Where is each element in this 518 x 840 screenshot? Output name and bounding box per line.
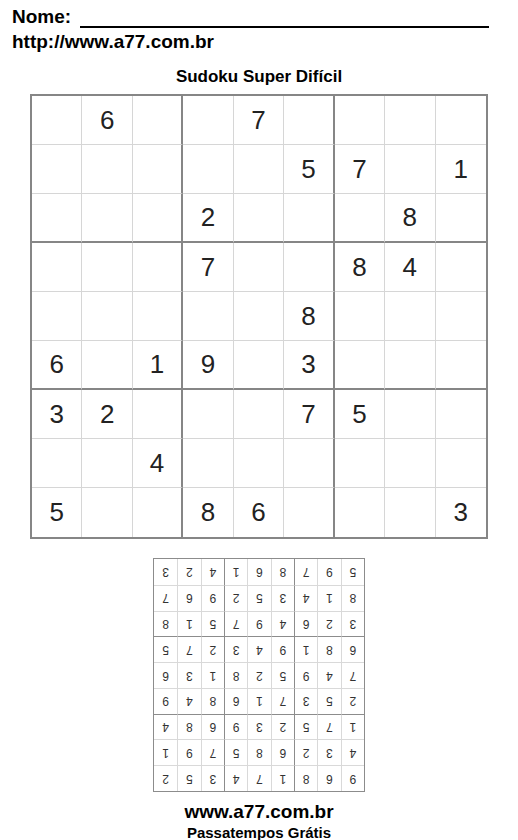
footer-site-url: www.a77.com.br — [0, 800, 518, 823]
solution-cell-r1c4: 1 — [271, 765, 294, 791]
sudoku-cell-r5c6: 8 — [284, 292, 334, 341]
sudoku-cell-r6c5 — [234, 341, 284, 390]
sudoku-cell-r2c7: 7 — [335, 145, 385, 194]
sudoku-cell-r1c1 — [32, 96, 82, 145]
sudoku-cell-r7c7: 5 — [335, 390, 385, 439]
solution-cell-r5c2: 4 — [317, 662, 340, 688]
solution-cell-r2c8: 9 — [177, 739, 200, 765]
sudoku-cell-r6c6: 3 — [284, 341, 334, 390]
sudoku-cell-r3c7 — [335, 194, 385, 243]
sudoku-cell-r9c1: 5 — [32, 488, 82, 537]
solution-cell-r4c7: 8 — [201, 688, 224, 714]
solution-cell-r1c6: 4 — [224, 765, 247, 791]
sudoku-cell-r4c5 — [234, 243, 284, 292]
solution-cell-r4c4: 7 — [271, 688, 294, 714]
solution-cell-r6c8: 7 — [177, 636, 200, 662]
sudoku-cell-r9c6 — [284, 488, 334, 537]
solution-cell-r3c8: 8 — [177, 714, 200, 740]
sudoku-cell-r4c8: 4 — [385, 243, 435, 292]
solution-cell-r4c2: 5 — [317, 688, 340, 714]
sudoku-cell-r4c7: 8 — [335, 243, 385, 292]
page-footer: www.a77.com.br Passatempos Grátis — [0, 800, 518, 840]
solution-cell-r7c1: 3 — [341, 611, 364, 637]
sudoku-cell-r4c4: 7 — [183, 243, 233, 292]
sudoku-cell-r6c8 — [385, 341, 435, 390]
sudoku-cell-r1c6 — [284, 96, 334, 145]
sudoku-cell-r8c9 — [436, 439, 486, 488]
sudoku-cell-r1c5: 7 — [234, 96, 284, 145]
solution-cell-r5c5: 2 — [247, 662, 270, 688]
solution-cell-r4c9: 9 — [154, 688, 177, 714]
solution-cell-r3c9: 4 — [154, 714, 177, 740]
sudoku-cell-r7c3 — [133, 390, 183, 439]
solution-cell-r3c4: 2 — [271, 714, 294, 740]
solution-cell-r6c6: 3 — [224, 636, 247, 662]
solution-cell-r4c1: 2 — [341, 688, 364, 714]
solution-cell-r8c4: 3 — [271, 585, 294, 611]
sudoku-cell-r3c8: 8 — [385, 194, 435, 243]
solution-cell-r2c9: 1 — [154, 739, 177, 765]
sudoku-cell-r6c9 — [436, 341, 486, 390]
solution-cell-r8c2: 1 — [317, 585, 340, 611]
name-row: Nome: — [12, 6, 506, 28]
solution-cell-r4c5: 1 — [247, 688, 270, 714]
solution-cell-r9c2: 9 — [317, 559, 340, 585]
solution-cell-r9c6: 1 — [224, 559, 247, 585]
solution-cell-r9c1: 5 — [341, 559, 364, 585]
solution-cell-r1c2: 6 — [317, 765, 340, 791]
sudoku-cell-r6c3: 1 — [133, 341, 183, 390]
solution-cell-r1c1: 9 — [341, 765, 364, 791]
footer-tagline: Passatempos Grátis — [0, 824, 518, 840]
solution-cell-r1c5: 7 — [247, 765, 270, 791]
solution-cell-r5c3: 9 — [294, 662, 317, 688]
sudoku-cell-r2c5 — [234, 145, 284, 194]
solution-cell-r3c2: 7 — [317, 714, 340, 740]
sudoku-cell-r3c5 — [234, 194, 284, 243]
solution-cell-r9c3: 7 — [294, 559, 317, 585]
solution-cell-r7c4: 4 — [271, 611, 294, 637]
solution-cell-r6c9: 5 — [154, 636, 177, 662]
sudoku-cell-r7c1: 3 — [32, 390, 82, 439]
solution-cell-r9c9: 3 — [154, 559, 177, 585]
solution-cell-r8c9: 7 — [154, 585, 177, 611]
sudoku-cell-r4c9 — [436, 243, 486, 292]
solution-cell-r6c1: 6 — [341, 636, 364, 662]
solution-cell-r7c6: 7 — [224, 611, 247, 637]
sudoku-cell-r4c1 — [32, 243, 82, 292]
solution-cell-r8c3: 4 — [294, 585, 317, 611]
solution-cell-r8c1: 8 — [341, 585, 364, 611]
page-title: Sudoku Super Difícil — [0, 67, 518, 87]
solution-cell-r2c3: 2 — [294, 739, 317, 765]
sudoku-cell-r5c4 — [183, 292, 233, 341]
sudoku-cell-r8c8 — [385, 439, 435, 488]
sudoku-cell-r8c1 — [32, 439, 82, 488]
solution-cell-r4c3: 3 — [294, 688, 317, 714]
sudoku-cell-r9c9: 3 — [436, 488, 486, 537]
sudoku-cell-r2c9: 1 — [436, 145, 486, 194]
sudoku-cell-r4c2 — [82, 243, 132, 292]
solution-cell-r8c5: 5 — [247, 585, 270, 611]
solution-cell-r7c3: 6 — [294, 611, 317, 637]
solution-cell-r4c6: 6 — [224, 688, 247, 714]
sudoku-cell-r6c7 — [335, 341, 385, 390]
sudoku-cell-r8c2 — [82, 439, 132, 488]
solution-cell-r3c5: 3 — [247, 714, 270, 740]
page-header: Nome: http://www.a77.com.br — [0, 0, 518, 54]
sudoku-cell-r2c6: 5 — [284, 145, 334, 194]
sudoku-cell-r2c1 — [32, 145, 82, 194]
solution-cell-r2c5: 8 — [247, 739, 270, 765]
sudoku-cell-r9c2 — [82, 488, 132, 537]
sudoku-grid: 675712878486193327545863 — [30, 94, 488, 539]
solution-cell-r1c7: 3 — [201, 765, 224, 791]
sudoku-cell-r1c4 — [183, 96, 233, 145]
sudoku-cell-r5c7 — [335, 292, 385, 341]
sudoku-cell-r5c3 — [133, 292, 183, 341]
sudoku-cell-r2c4 — [183, 145, 233, 194]
sudoku-cell-r3c4: 2 — [183, 194, 233, 243]
solution-cell-r2c6: 5 — [224, 739, 247, 765]
solution-cell-r9c7: 4 — [201, 559, 224, 585]
sudoku-cell-r6c2 — [82, 341, 132, 390]
sudoku-cell-r9c3 — [133, 488, 183, 537]
solution-cell-r7c9: 8 — [154, 611, 177, 637]
solution-cell-r8c8: 6 — [177, 585, 200, 611]
solution-cell-r5c6: 8 — [224, 662, 247, 688]
solution-cell-r3c7: 6 — [201, 714, 224, 740]
sudoku-cell-r7c8 — [385, 390, 435, 439]
sudoku-cell-r7c5 — [234, 390, 284, 439]
sudoku-cell-r5c1 — [32, 292, 82, 341]
sudoku-cell-r5c5 — [234, 292, 284, 341]
solution-cell-r5c1: 7 — [341, 662, 364, 688]
sudoku-cell-r8c7 — [335, 439, 385, 488]
solution-cell-r5c9: 6 — [154, 662, 177, 688]
solution-grid-upside-down: 9681743524326857911752396842537168497495… — [153, 558, 365, 792]
sudoku-cell-r9c5: 6 — [234, 488, 284, 537]
sudoku-cell-r7c6: 7 — [284, 390, 334, 439]
sudoku-cell-r3c2 — [82, 194, 132, 243]
sudoku-cell-r3c1 — [32, 194, 82, 243]
sudoku-cell-r5c2 — [82, 292, 132, 341]
sudoku-cell-r3c6 — [284, 194, 334, 243]
solution-cell-r5c7: 1 — [201, 662, 224, 688]
solution-cell-r9c8: 2 — [177, 559, 200, 585]
solution-cell-r9c4: 8 — [271, 559, 294, 585]
solution-cell-r7c8: 1 — [177, 611, 200, 637]
solution-cell-r5c8: 3 — [177, 662, 200, 688]
solution-cell-r5c4: 5 — [271, 662, 294, 688]
solution-cell-r6c5: 4 — [247, 636, 270, 662]
sudoku-cell-r3c9 — [436, 194, 486, 243]
sudoku-cell-r1c2: 6 — [82, 96, 132, 145]
solution-cell-r2c2: 3 — [317, 739, 340, 765]
solution-cell-r1c8: 5 — [177, 765, 200, 791]
solution-cell-r4c8: 4 — [177, 688, 200, 714]
solution-cell-r8c6: 2 — [224, 585, 247, 611]
solution-cell-r1c3: 8 — [294, 765, 317, 791]
solution-cell-r6c7: 2 — [201, 636, 224, 662]
sudoku-cell-r2c8 — [385, 145, 435, 194]
sudoku-cell-r8c3: 4 — [133, 439, 183, 488]
sudoku-cell-r8c4 — [183, 439, 233, 488]
solution-cell-r1c9: 2 — [154, 765, 177, 791]
sudoku-cell-r9c4: 8 — [183, 488, 233, 537]
solution-cell-r3c3: 5 — [294, 714, 317, 740]
sudoku-cell-r9c8 — [385, 488, 435, 537]
sudoku-cell-r1c3 — [133, 96, 183, 145]
sudoku-cell-r5c9 — [436, 292, 486, 341]
solution-cell-r3c6: 9 — [224, 714, 247, 740]
name-blank-line — [80, 8, 489, 28]
solution-cell-r3c1: 1 — [341, 714, 364, 740]
sudoku-cell-r1c7 — [335, 96, 385, 145]
solution-cell-r6c3: 1 — [294, 636, 317, 662]
sudoku-cell-r7c2: 2 — [82, 390, 132, 439]
site-url-text: http://www.a77.com.br — [12, 30, 506, 54]
sudoku-cell-r7c4 — [183, 390, 233, 439]
sudoku-cell-r4c6 — [284, 243, 334, 292]
solution-cell-r2c1: 4 — [341, 739, 364, 765]
sudoku-cell-r2c3 — [133, 145, 183, 194]
sudoku-cell-r1c8 — [385, 96, 435, 145]
sudoku-cell-r2c2 — [82, 145, 132, 194]
solution-cell-r6c4: 9 — [271, 636, 294, 662]
solution-cell-r9c5: 6 — [247, 559, 270, 585]
sudoku-cell-r4c3 — [133, 243, 183, 292]
solution-cell-r6c2: 8 — [317, 636, 340, 662]
sudoku-cell-r6c1: 6 — [32, 341, 82, 390]
sudoku-cell-r8c5 — [234, 439, 284, 488]
sudoku-cell-r8c6 — [284, 439, 334, 488]
solution-cell-r7c5: 9 — [247, 611, 270, 637]
sudoku-cell-r3c3 — [133, 194, 183, 243]
solution-cell-r2c4: 6 — [271, 739, 294, 765]
solution-cell-r2c7: 7 — [201, 739, 224, 765]
name-label: Nome: — [12, 6, 71, 28]
sudoku-cell-r7c9 — [436, 390, 486, 439]
solution-cell-r8c7: 9 — [201, 585, 224, 611]
solution-cell-r7c7: 5 — [201, 611, 224, 637]
sudoku-cell-r9c7 — [335, 488, 385, 537]
sudoku-cell-r6c4: 9 — [183, 341, 233, 390]
sudoku-cell-r5c8 — [385, 292, 435, 341]
sudoku-cell-r1c9 — [436, 96, 486, 145]
solution-cell-r7c2: 2 — [317, 611, 340, 637]
